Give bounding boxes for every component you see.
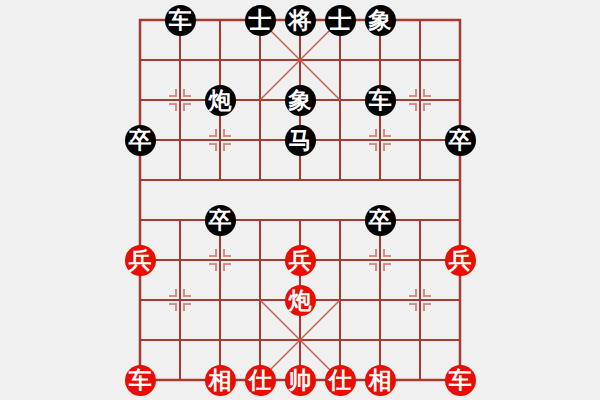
piece-red-soldier[interactable]: 兵: [445, 245, 476, 276]
piece-red-advisor[interactable]: 仕: [325, 365, 356, 396]
piece-red-advisor[interactable]: 仕: [245, 365, 276, 396]
piece-black-horse[interactable]: 马: [285, 125, 316, 156]
piece-black-chariot[interactable]: 车: [165, 5, 196, 36]
piece-black-elephant[interactable]: 象: [285, 85, 316, 116]
piece-black-advisor[interactable]: 士: [325, 5, 356, 36]
xiangqi-board-area: 车士将士象炮象车卒马卒卒卒兵兵兵炮车相仕帅仕相车: [0, 0, 600, 400]
piece-black-general[interactable]: 将: [285, 5, 316, 36]
piece-red-soldier[interactable]: 兵: [285, 245, 316, 276]
piece-black-cannon[interactable]: 炮: [205, 85, 236, 116]
piece-black-soldier[interactable]: 卒: [445, 125, 476, 156]
piece-black-soldier[interactable]: 卒: [205, 205, 236, 236]
piece-black-soldier[interactable]: 卒: [365, 205, 396, 236]
piece-red-elephant[interactable]: 相: [365, 365, 396, 396]
piece-black-chariot[interactable]: 车: [365, 85, 396, 116]
piece-red-chariot[interactable]: 车: [445, 365, 476, 396]
piece-red-general[interactable]: 帅: [285, 365, 316, 396]
piece-black-elephant[interactable]: 象: [365, 5, 396, 36]
piece-black-advisor[interactable]: 士: [245, 5, 276, 36]
piece-black-soldier[interactable]: 卒: [125, 125, 156, 156]
board-intersection-grid[interactable]: 车士将士象炮象车卒马卒卒卒兵兵兵炮车相仕帅仕相车: [120, 0, 480, 400]
piece-red-elephant[interactable]: 相: [205, 365, 236, 396]
piece-red-cannon[interactable]: 炮: [285, 285, 316, 316]
piece-red-soldier[interactable]: 兵: [125, 245, 156, 276]
piece-red-chariot[interactable]: 车: [125, 365, 156, 396]
